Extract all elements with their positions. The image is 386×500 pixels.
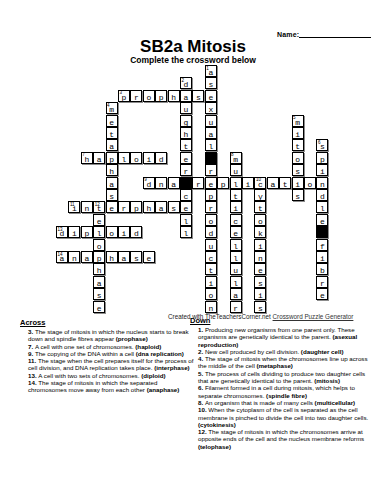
grid-cell[interactable]: i bbox=[68, 226, 80, 238]
cell-letter: s bbox=[206, 80, 216, 89]
grid-cell[interactable]: e bbox=[143, 251, 155, 263]
cell-letter: d bbox=[317, 192, 327, 201]
cell-letter: x bbox=[206, 105, 216, 114]
cell-letter: e bbox=[94, 217, 104, 226]
clue-number: 6. bbox=[198, 384, 205, 391]
clue: 4. The stage of mitosis when the chromos… bbox=[198, 355, 372, 370]
cell-letter: s bbox=[293, 192, 303, 201]
cell-letter: p bbox=[119, 93, 129, 102]
cell-letter: t bbox=[231, 192, 241, 201]
clue-answer: (dna replication) bbox=[136, 350, 184, 357]
grid-cell[interactable]: o bbox=[143, 90, 155, 102]
cell-letter: e bbox=[255, 266, 265, 275]
grid-cell[interactable]: e bbox=[254, 263, 266, 275]
cell-letter: l bbox=[94, 229, 104, 238]
cell-letter: o bbox=[131, 155, 141, 164]
grid-cell[interactable]: b bbox=[316, 263, 328, 275]
grid-cell[interactable]: s bbox=[130, 251, 142, 263]
cell-letter: h bbox=[94, 266, 104, 275]
clue-text: An organism that is made of many cells bbox=[205, 399, 315, 406]
grid-cell[interactable]: l bbox=[230, 251, 242, 263]
grid-cell[interactable]: a bbox=[106, 139, 118, 151]
cell-letter: i bbox=[243, 180, 253, 189]
grid-cell[interactable]: a bbox=[93, 152, 105, 164]
cell-letter: n bbox=[255, 254, 265, 263]
grid-cell[interactable]: l bbox=[230, 239, 242, 251]
grid-cell[interactable]: r bbox=[118, 201, 130, 213]
cell-letter: r bbox=[231, 304, 241, 313]
grid-cell[interactable]: u bbox=[230, 164, 242, 176]
cell-letter: t bbox=[206, 266, 216, 275]
cell-letter: i bbox=[119, 229, 129, 238]
cell-letter: h bbox=[82, 155, 92, 164]
grid-cell[interactable]: u bbox=[205, 115, 217, 127]
grid-cell[interactable]: h bbox=[106, 164, 118, 176]
grid-cell[interactable]: i bbox=[143, 152, 155, 164]
grid-cell[interactable]: u bbox=[205, 239, 217, 251]
cell-letter: o bbox=[255, 217, 265, 226]
clue: 2. New cell produced by cell division. (… bbox=[198, 348, 372, 355]
cell-letter: s bbox=[169, 204, 179, 213]
cell-letter: u bbox=[231, 266, 241, 275]
cell-letter: s bbox=[293, 167, 303, 176]
grid-cell[interactable]: r bbox=[130, 90, 142, 102]
grid-cell[interactable]: l bbox=[118, 152, 130, 164]
cell-letter: r bbox=[181, 167, 191, 176]
clue: 6. Filament formed in a cell during mito… bbox=[198, 384, 372, 399]
clue: 8. An organism that is made of many cell… bbox=[198, 399, 372, 406]
cell-letter: s bbox=[131, 254, 141, 263]
grid-cell[interactable]: 6s bbox=[316, 139, 328, 151]
cell-letter: i bbox=[206, 279, 216, 288]
grid-cell[interactable]: t bbox=[292, 139, 304, 151]
cell-letter: a bbox=[119, 254, 129, 263]
cell-letter: e bbox=[107, 204, 117, 213]
cell-letter: b bbox=[317, 266, 327, 275]
clue-answer: (haploid) bbox=[135, 343, 161, 350]
grid-cell[interactable]: h bbox=[93, 263, 105, 275]
cell-letter: i bbox=[293, 180, 303, 189]
grid-cell[interactable]: p bbox=[93, 251, 105, 263]
cell-letter: k bbox=[255, 229, 265, 238]
grid-cell[interactable]: n bbox=[68, 251, 80, 263]
page-title: SB2a Mitosis bbox=[0, 37, 386, 57]
cell-letter: i bbox=[69, 229, 79, 238]
cell-letter: i bbox=[255, 242, 265, 251]
grid-cell[interactable]: 2d bbox=[180, 77, 192, 89]
cell-letter: n bbox=[156, 180, 166, 189]
grid-cell[interactable]: i bbox=[254, 288, 266, 300]
clue-number: 3. bbox=[28, 328, 35, 335]
grid-cell[interactable]: f bbox=[316, 239, 328, 251]
grid-cell[interactable]: 3p bbox=[118, 90, 130, 102]
cell-letter: m bbox=[107, 105, 117, 114]
clue-number: 1. bbox=[198, 326, 205, 333]
grid-cell[interactable]: 13d bbox=[56, 226, 68, 238]
cell-letter: f bbox=[317, 242, 327, 251]
grid-cell[interactable]: a bbox=[205, 127, 217, 139]
grid-cell[interactable]: e bbox=[106, 115, 118, 127]
grid-cell[interactable]: s bbox=[205, 77, 217, 89]
clue-text: The copying of the DNA within a cell bbox=[35, 350, 136, 357]
grid-cell[interactable]: n bbox=[155, 177, 167, 189]
grid-cell[interactable]: 10c bbox=[254, 177, 266, 189]
grid-cell[interactable]: i bbox=[316, 251, 328, 263]
cell-letter: d bbox=[144, 180, 154, 189]
cell-letter: s bbox=[255, 304, 265, 313]
cell-letter: r bbox=[131, 93, 141, 102]
grid-cell[interactable]: a bbox=[118, 251, 130, 263]
grid-cell[interactable]: i bbox=[118, 226, 130, 238]
cell-letter: n bbox=[69, 254, 79, 263]
grid-cell[interactable]: p bbox=[316, 152, 328, 164]
grid-cell[interactable]: g bbox=[180, 115, 192, 127]
grid-cell[interactable]: t bbox=[205, 263, 217, 275]
grid-cell[interactable]: e bbox=[230, 226, 242, 238]
grid-cell[interactable]: t bbox=[254, 201, 266, 213]
clue-answer: (daughter cell) bbox=[301, 348, 344, 355]
grid-cell[interactable]: e bbox=[180, 201, 192, 213]
grid-cell[interactable]: 11i bbox=[68, 201, 80, 213]
clue: 11. The stage when the cell prepares its… bbox=[28, 357, 194, 372]
clue: 14. The stage of mitosis in which the se… bbox=[28, 379, 194, 394]
grid-cell[interactable]: h bbox=[143, 201, 155, 213]
grid-cell[interactable]: s bbox=[192, 90, 204, 102]
black-cell bbox=[205, 152, 217, 164]
grid-cell[interactable]: l bbox=[180, 214, 192, 226]
cell-letter: a bbox=[107, 180, 117, 189]
grid-cell[interactable]: s bbox=[292, 164, 304, 176]
grid-cell[interactable]: h bbox=[180, 127, 192, 139]
grid-cell[interactable]: s bbox=[93, 288, 105, 300]
cell-letter: n bbox=[317, 180, 327, 189]
clue-number: 12. bbox=[198, 428, 208, 435]
clue-number: 9. bbox=[28, 350, 35, 357]
grid-cell[interactable]: e bbox=[106, 201, 118, 213]
cell-letter: i bbox=[317, 254, 327, 263]
cell-letter: a bbox=[169, 180, 179, 189]
cell-letter: h bbox=[107, 167, 117, 176]
grid-cell[interactable]: p bbox=[81, 226, 93, 238]
grid-cell[interactable]: a bbox=[155, 201, 167, 213]
grid-cell[interactable]: o bbox=[106, 226, 118, 238]
cell-letter: a bbox=[94, 279, 104, 288]
clue-number: 14. bbox=[28, 379, 38, 386]
cell-letter: s bbox=[317, 142, 327, 151]
clue-text: The process of cells dividing to produce… bbox=[198, 370, 365, 384]
grid-cell[interactable]: i bbox=[230, 201, 242, 213]
cell-letter: l bbox=[119, 155, 129, 164]
grid-cell[interactable]: 9d bbox=[143, 177, 155, 189]
cell-letter: o bbox=[107, 229, 117, 238]
cell-letter: i bbox=[255, 291, 265, 300]
grid-cell[interactable]: 8m bbox=[230, 152, 242, 164]
grid-cell[interactable]: s bbox=[292, 189, 304, 201]
cell-letter: e bbox=[317, 291, 327, 300]
cell-letter: p bbox=[156, 93, 166, 102]
cell-letter: p bbox=[94, 254, 104, 263]
cell-letter: p bbox=[131, 204, 141, 213]
grid-cell[interactable]: e bbox=[316, 214, 328, 226]
grid-cell[interactable]: a bbox=[180, 90, 192, 102]
cell-letter: t bbox=[293, 142, 303, 151]
grid-cell[interactable]: l bbox=[205, 139, 217, 151]
cell-letter: a bbox=[181, 93, 191, 102]
cell-letter: a bbox=[206, 130, 216, 139]
grid-cell[interactable]: e bbox=[93, 301, 105, 313]
grid-cell[interactable]: l bbox=[230, 276, 242, 288]
cell-letter: i bbox=[144, 155, 154, 164]
clue: 7. A cell with one set of chromosomes. (… bbox=[28, 343, 194, 350]
down-section-title: Down bbox=[190, 316, 210, 325]
cell-letter: a bbox=[82, 254, 92, 263]
grid-cell[interactable]: i bbox=[292, 177, 304, 189]
grid-cell[interactable]: n bbox=[205, 301, 217, 313]
grid-cell[interactable]: o bbox=[130, 152, 142, 164]
grid-cell[interactable]: x bbox=[205, 102, 217, 114]
grid-cell[interactable]: p bbox=[205, 189, 217, 201]
grid-cell[interactable]: 5m bbox=[292, 115, 304, 127]
grid-cell[interactable]: e bbox=[316, 288, 328, 300]
grid-cell[interactable]: r bbox=[180, 164, 192, 176]
grid-cell[interactable]: e bbox=[180, 152, 192, 164]
cell-letter: l bbox=[206, 142, 216, 151]
grid-cell[interactable]: r bbox=[205, 164, 217, 176]
cell-letter: s bbox=[193, 93, 203, 102]
cell-letter: l bbox=[181, 217, 191, 226]
grid-cell[interactable]: o bbox=[292, 152, 304, 164]
grid-cell[interactable]: 4m bbox=[106, 102, 118, 114]
cell-letter: a bbox=[94, 155, 104, 164]
grid-cell[interactable]: e bbox=[93, 214, 105, 226]
cell-letter: g bbox=[181, 118, 191, 127]
footer-generator-link[interactable]: Crossword Puzzle Generator bbox=[273, 313, 354, 320]
clue-answer: (cytokinesis) bbox=[198, 421, 236, 428]
grid-cell[interactable]: e bbox=[205, 90, 217, 102]
cell-letter: i bbox=[293, 130, 303, 139]
page-subtitle: Complete the crossword below bbox=[0, 55, 386, 65]
grid-cell[interactable]: s bbox=[254, 301, 266, 313]
cell-letter: i bbox=[69, 204, 79, 213]
grid-cell[interactable]: y bbox=[254, 189, 266, 201]
clue-answer: (spindle fibre) bbox=[266, 392, 307, 399]
grid-cell[interactable]: p bbox=[155, 90, 167, 102]
clue: 12. The stage of mitosis in which the ch… bbox=[198, 428, 372, 450]
footer-credit-text: Created with TheTeachersCorner.net bbox=[168, 313, 273, 320]
grid-cell[interactable]: 14a bbox=[56, 251, 68, 263]
grid-cell[interactable]: 7h bbox=[81, 152, 93, 164]
cell-letter: r bbox=[119, 204, 129, 213]
cell-letter: e bbox=[231, 229, 241, 238]
grid-cell[interactable]: a bbox=[267, 177, 279, 189]
grid-cell[interactable]: l bbox=[230, 177, 242, 189]
cell-letter: a bbox=[156, 204, 166, 213]
cell-letter: t bbox=[107, 130, 117, 139]
grid-cell[interactable]: u bbox=[180, 102, 192, 114]
cell-letter: o bbox=[144, 93, 154, 102]
clue: 13. A cell with two sets of chromosomes.… bbox=[28, 372, 194, 379]
black-cell bbox=[316, 226, 328, 238]
cell-letter: l bbox=[231, 242, 241, 251]
grid-cell[interactable]: t bbox=[279, 177, 291, 189]
cell-letter: u bbox=[181, 105, 191, 114]
grid-cell[interactable]: i bbox=[316, 164, 328, 176]
grid-cell[interactable]: r bbox=[205, 201, 217, 213]
grid-cell[interactable]: s bbox=[168, 201, 180, 213]
cell-letter: d bbox=[181, 80, 191, 89]
grid-cell[interactable]: e bbox=[205, 177, 217, 189]
grid-cell[interactable]: c bbox=[230, 214, 242, 226]
grid-cell[interactable]: r bbox=[230, 301, 242, 313]
cell-letter: r bbox=[206, 204, 216, 213]
clue-answer: (interphase) bbox=[154, 364, 189, 371]
grid-cell[interactable]: o bbox=[93, 239, 105, 251]
cell-letter: o bbox=[206, 217, 216, 226]
grid-cell[interactable]: r bbox=[192, 177, 204, 189]
cell-letter: u bbox=[231, 167, 241, 176]
clue-text: The stage of mitosis in which the separa… bbox=[28, 379, 157, 393]
cell-letter: m bbox=[231, 155, 241, 164]
grid-cell[interactable]: i bbox=[292, 127, 304, 139]
grid-cell[interactable]: u bbox=[230, 263, 242, 275]
grid-cell[interactable]: t bbox=[230, 189, 242, 201]
grid-cell[interactable]: l bbox=[180, 226, 192, 238]
cell-letter: p bbox=[206, 192, 216, 201]
clue-number: 5. bbox=[198, 370, 205, 377]
grid-cell[interactable]: c bbox=[205, 251, 217, 263]
grid-cell[interactable]: d bbox=[316, 189, 328, 201]
grid-cell[interactable]: l bbox=[316, 201, 328, 213]
grid-cell[interactable]: o bbox=[205, 288, 217, 300]
cell-letter: i bbox=[231, 204, 241, 213]
worksheet-page: Name: SB2a Mitosis Complete the crosswor… bbox=[0, 0, 386, 500]
grid-cell[interactable]: h bbox=[106, 251, 118, 263]
grid-cell[interactable]: a bbox=[81, 251, 93, 263]
grid-cell[interactable]: n bbox=[81, 201, 93, 213]
cell-letter: p bbox=[218, 180, 228, 189]
clue-text: A cell with two sets of chromosomes. bbox=[38, 372, 141, 379]
cell-letter: l bbox=[181, 229, 191, 238]
grid-cell[interactable]: t bbox=[106, 127, 118, 139]
clue-answer: (mitosis) bbox=[314, 377, 340, 384]
cell-letter: h bbox=[107, 254, 117, 263]
cell-letter: m bbox=[293, 118, 303, 127]
grid-cell[interactable]: i bbox=[205, 276, 217, 288]
clue-number: 10. bbox=[198, 406, 208, 413]
clue-number: 13. bbox=[28, 372, 38, 379]
clue-number: 11. bbox=[28, 357, 38, 364]
grid-cell[interactable]: p bbox=[217, 177, 229, 189]
grid-cell[interactable]: a bbox=[168, 177, 180, 189]
cell-letter: o bbox=[206, 291, 216, 300]
clue-answer: (prophase) bbox=[116, 335, 148, 342]
cell-letter: t bbox=[94, 204, 104, 213]
grid-cell[interactable]: d bbox=[130, 226, 142, 238]
cell-letter: n bbox=[82, 204, 92, 213]
cell-letter: t bbox=[181, 142, 191, 151]
black-cell bbox=[180, 177, 192, 189]
grid-cell[interactable]: p bbox=[130, 201, 142, 213]
grid-cell[interactable]: n bbox=[316, 177, 328, 189]
across-section-title: Across bbox=[20, 318, 45, 327]
grid-cell[interactable]: t bbox=[180, 139, 192, 151]
grid-cell[interactable]: d bbox=[155, 152, 167, 164]
grid-cell[interactable]: k bbox=[254, 226, 266, 238]
grid-cell[interactable]: a bbox=[230, 288, 242, 300]
cell-letter: o bbox=[293, 155, 303, 164]
clue-answer: (diploid) bbox=[141, 372, 165, 379]
cell-letter: u bbox=[206, 118, 216, 127]
cell-letter: r bbox=[206, 167, 216, 176]
cell-letter: a bbox=[206, 68, 216, 77]
grid-cell[interactable]: o bbox=[304, 177, 316, 189]
clue-number: 2. bbox=[198, 348, 205, 355]
clue-text: The stage of mitosis in which the chromo… bbox=[198, 428, 364, 442]
cell-letter: l bbox=[231, 279, 241, 288]
cell-letter: c bbox=[206, 254, 216, 263]
cell-letter: p bbox=[107, 155, 117, 164]
cell-letter: p bbox=[317, 155, 327, 164]
grid-cell[interactable]: r bbox=[316, 276, 328, 288]
cell-letter: t bbox=[280, 180, 290, 189]
cell-letter: c bbox=[231, 217, 241, 226]
grid-cell[interactable]: i bbox=[242, 177, 254, 189]
cell-letter: l bbox=[231, 180, 241, 189]
cell-letter: e bbox=[206, 180, 216, 189]
cell-letter: s bbox=[255, 279, 265, 288]
grid-cell[interactable]: a bbox=[106, 177, 118, 189]
cell-letter: c bbox=[255, 180, 265, 189]
clue: 3. The stage of mitosis in which the nuc… bbox=[28, 328, 194, 343]
grid-cell[interactable]: a bbox=[93, 276, 105, 288]
cell-letter: d bbox=[131, 229, 141, 238]
grid-cell[interactable]: 1a bbox=[205, 65, 217, 77]
cell-letter: t bbox=[255, 204, 265, 213]
clue-text: When the cytoplasm of the cell is separa… bbox=[198, 406, 368, 420]
grid-cell[interactable]: s bbox=[106, 189, 118, 201]
cell-letter: c bbox=[181, 192, 191, 201]
grid-cell[interactable]: o bbox=[254, 214, 266, 226]
cell-letter: h bbox=[169, 93, 179, 102]
grid-cell[interactable]: h bbox=[168, 90, 180, 102]
cell-letter: a bbox=[231, 291, 241, 300]
grid-cell[interactable]: d bbox=[205, 226, 217, 238]
grid-cell[interactable]: 12t bbox=[93, 201, 105, 213]
grid-cell[interactable]: i bbox=[254, 239, 266, 251]
clue: 10. When the cytoplasm of the cell is se… bbox=[198, 406, 372, 428]
cell-letter: r bbox=[193, 180, 203, 189]
cell-letter: h bbox=[144, 204, 154, 213]
cell-letter: r bbox=[317, 279, 327, 288]
cell-letter: e bbox=[107, 118, 117, 127]
grid-cell[interactable]: l bbox=[93, 226, 105, 238]
cell-letter: s bbox=[94, 291, 104, 300]
cell-letter: e bbox=[206, 93, 216, 102]
grid-cell[interactable]: c bbox=[180, 189, 192, 201]
grid-cell[interactable]: n bbox=[254, 251, 266, 263]
cell-letter: o bbox=[305, 180, 315, 189]
clue-text: A cell with one set of chromosomes. bbox=[35, 343, 135, 350]
clue-number: 4. bbox=[198, 355, 205, 362]
clue: 5. The process of cells dividing to prod… bbox=[198, 370, 372, 385]
cell-letter: n bbox=[206, 304, 216, 313]
cell-letter: p bbox=[82, 229, 92, 238]
grid-cell[interactable]: s bbox=[254, 276, 266, 288]
grid-cell[interactable]: o bbox=[205, 214, 217, 226]
grid-cell[interactable]: p bbox=[106, 152, 118, 164]
cell-letter: o bbox=[94, 242, 104, 251]
down-clues-list: 1. Producing new organisms from one pare… bbox=[190, 326, 372, 450]
